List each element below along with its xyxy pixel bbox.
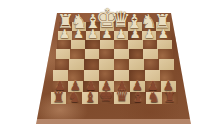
board-square[interactable]: ♛ (114, 92, 130, 104)
board-square[interactable] (129, 59, 144, 70)
board-square[interactable]: ♜ (51, 92, 67, 104)
board-square[interactable] (143, 40, 157, 50)
board-square[interactable]: ♝ (82, 92, 98, 104)
board-square[interactable]: ♟ (72, 31, 86, 40)
board-square[interactable] (85, 49, 100, 59)
board-square[interactable] (114, 40, 128, 50)
board-square[interactable] (114, 49, 129, 59)
board-square[interactable] (85, 40, 99, 50)
board-rank-row (55, 59, 174, 70)
board-square[interactable] (157, 40, 171, 50)
board-rank-row (57, 40, 172, 50)
board-square[interactable]: ♝ (130, 92, 146, 104)
board-square[interactable] (158, 49, 173, 59)
board-square[interactable] (55, 59, 70, 70)
board-rank-row (56, 49, 173, 59)
board-square[interactable] (100, 40, 114, 50)
chess-board-grid: ♜♞♝♚♛♝♞♜♟♟♟♟♟♟♟♟♟♟♟♟♟♟♟♟♜♞♝♚♛♝♞♜ (0, 0, 220, 132)
board-square[interactable]: ♟ (142, 31, 156, 40)
board-square[interactable] (143, 49, 158, 59)
black-chess-piece[interactable]: ♞ (68, 90, 81, 104)
board-square[interactable] (71, 40, 85, 50)
white-chess-piece[interactable]: ♟ (158, 28, 169, 40)
board-square[interactable] (57, 40, 71, 50)
board-square[interactable] (70, 49, 85, 59)
board-square[interactable] (84, 59, 99, 70)
board-square[interactable]: ♟ (100, 31, 114, 40)
board-square[interactable] (128, 40, 142, 50)
board-square[interactable]: ♚ (98, 92, 114, 104)
board-square[interactable] (69, 59, 84, 70)
black-chess-piece[interactable]: ♛ (115, 89, 128, 104)
black-chess-piece[interactable]: ♞ (147, 90, 160, 104)
white-chess-piece[interactable]: ♟ (116, 28, 127, 40)
board-square[interactable] (56, 49, 71, 59)
board-square[interactable]: ♜ (162, 92, 178, 104)
black-chess-piece[interactable]: ♜ (163, 90, 176, 104)
board-square[interactable] (99, 49, 114, 59)
board-square[interactable]: ♞ (146, 92, 162, 104)
board-square[interactable]: ♟ (114, 31, 128, 40)
black-chess-piece[interactable]: ♜ (52, 90, 65, 104)
white-chess-piece[interactable]: ♟ (102, 28, 113, 40)
white-chess-piece[interactable]: ♟ (59, 28, 70, 40)
board-square[interactable] (159, 59, 174, 70)
board-rank-row: ♜♞♝♚♛♝♞♜ (51, 92, 178, 104)
black-chess-piece[interactable]: ♚ (99, 88, 113, 104)
board-square[interactable] (129, 49, 144, 59)
board-square[interactable]: ♟ (128, 31, 142, 40)
board-square[interactable]: ♟ (156, 31, 170, 40)
black-chess-piece[interactable]: ♝ (84, 90, 97, 104)
white-chess-piece[interactable]: ♟ (130, 28, 141, 40)
board-square[interactable]: ♞ (66, 92, 82, 104)
white-chess-piece[interactable]: ♟ (144, 28, 155, 40)
board-square[interactable] (99, 59, 114, 70)
board-square[interactable]: ♟ (86, 31, 100, 40)
board-square[interactable]: ♟ (58, 31, 72, 40)
board-square[interactable] (144, 59, 159, 70)
white-chess-piece[interactable]: ♟ (87, 28, 98, 40)
white-chess-piece[interactable]: ♟ (73, 28, 84, 40)
chess-set-photo: ♜♞♝♚♛♝♞♜♟♟♟♟♟♟♟♟♟♟♟♟♟♟♟♟♜♞♝♚♛♝♞♜ (0, 0, 220, 132)
black-chess-piece[interactable]: ♝ (132, 90, 145, 104)
board-square[interactable] (114, 59, 129, 70)
